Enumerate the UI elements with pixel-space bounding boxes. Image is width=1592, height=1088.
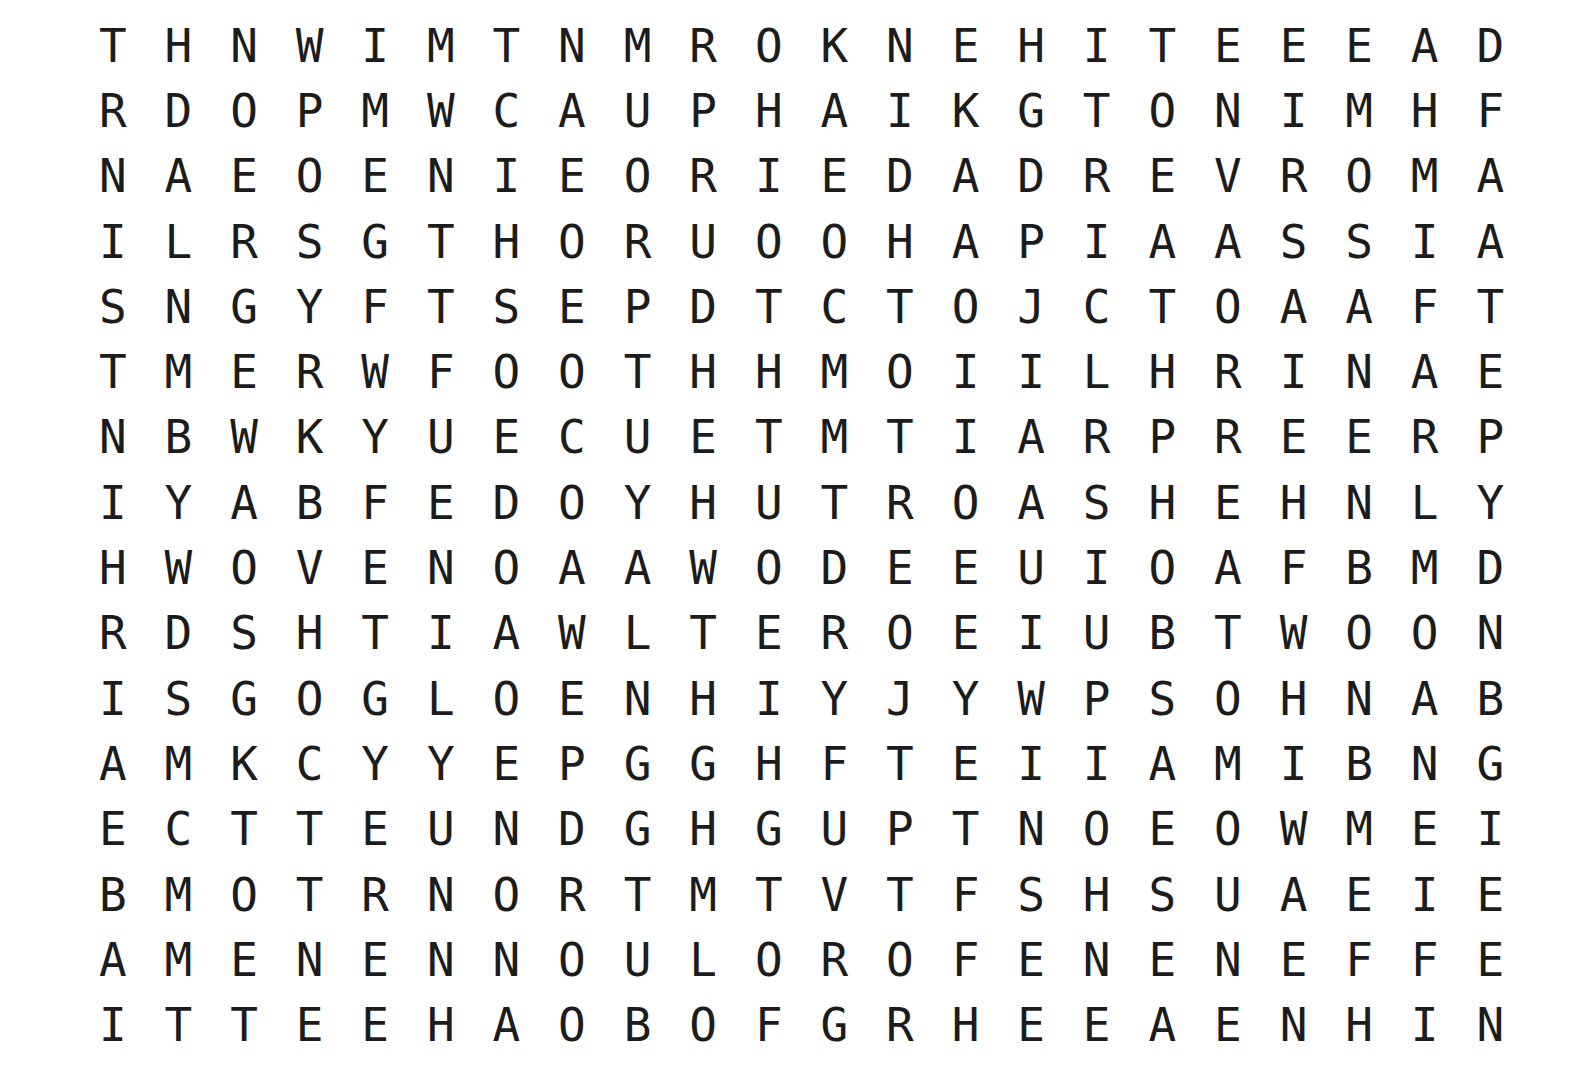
grid-cell[interactable]: E (1457, 927, 1523, 992)
grid-cell[interactable]: O (867, 927, 933, 992)
grid-cell[interactable]: T (605, 862, 671, 927)
grid-cell[interactable]: T (736, 862, 802, 927)
grid-cell[interactable]: T (867, 405, 933, 470)
grid-cell[interactable]: T (1457, 274, 1523, 339)
grid-cell[interactable]: N (277, 927, 343, 992)
grid-cell[interactable]: O (211, 535, 277, 600)
grid-cell[interactable]: A (605, 535, 671, 600)
grid-cell[interactable]: U (802, 797, 868, 862)
grid-cell[interactable]: B (1457, 666, 1523, 731)
grid-cell[interactable]: I (474, 144, 540, 209)
grid-cell[interactable]: H (1261, 470, 1327, 535)
grid-cell[interactable]: W (539, 601, 605, 666)
grid-cell[interactable]: O (539, 470, 605, 535)
grid-cell[interactable]: O (736, 13, 802, 78)
grid-cell[interactable]: M (1392, 144, 1458, 209)
grid-cell[interactable]: H (1392, 78, 1458, 143)
grid-cell[interactable]: M (146, 862, 212, 927)
grid-cell[interactable]: G (998, 78, 1064, 143)
grid-cell[interactable]: U (408, 797, 474, 862)
grid-cell[interactable]: A (1195, 209, 1261, 274)
grid-cell[interactable]: E (998, 927, 1064, 992)
grid-cell[interactable]: O (211, 862, 277, 927)
grid-cell[interactable]: R (1064, 405, 1130, 470)
grid-cell[interactable]: C (146, 797, 212, 862)
grid-cell[interactable]: O (211, 78, 277, 143)
grid-cell[interactable]: D (1457, 13, 1523, 78)
grid-cell[interactable]: C (539, 405, 605, 470)
grid-cell[interactable]: O (539, 927, 605, 992)
grid-cell[interactable]: O (1130, 535, 1196, 600)
grid-cell[interactable]: E (342, 927, 408, 992)
grid-cell[interactable]: Y (277, 274, 343, 339)
grid-cell[interactable]: P (1130, 405, 1196, 470)
grid-cell[interactable]: B (80, 862, 146, 927)
grid-cell[interactable]: N (80, 405, 146, 470)
grid-cell[interactable]: T (867, 731, 933, 796)
grid-cell[interactable]: O (670, 992, 736, 1057)
grid-cell[interactable]: C (277, 731, 343, 796)
grid-cell[interactable]: E (342, 144, 408, 209)
grid-cell[interactable]: A (998, 470, 1064, 535)
grid-cell[interactable]: N (998, 797, 1064, 862)
grid-cell[interactable]: O (605, 144, 671, 209)
grid-cell[interactable]: L (605, 601, 671, 666)
grid-cell[interactable]: D (146, 78, 212, 143)
grid-cell[interactable]: M (146, 339, 212, 404)
grid-cell[interactable]: S (1130, 862, 1196, 927)
grid-cell[interactable]: E (998, 992, 1064, 1057)
grid-cell[interactable]: R (867, 992, 933, 1057)
grid-cell[interactable]: E (1326, 13, 1392, 78)
grid-cell[interactable]: N (1326, 666, 1392, 731)
grid-cell[interactable]: I (80, 992, 146, 1057)
grid-cell[interactable]: W (342, 339, 408, 404)
grid-cell[interactable]: E (211, 144, 277, 209)
grid-cell[interactable]: T (867, 862, 933, 927)
grid-cell[interactable]: L (1392, 470, 1458, 535)
grid-cell[interactable]: R (211, 209, 277, 274)
grid-cell[interactable]: K (802, 13, 868, 78)
grid-cell[interactable]: Y (1457, 470, 1523, 535)
grid-cell[interactable]: A (1261, 862, 1327, 927)
grid-cell[interactable]: N (1261, 992, 1327, 1057)
grid-cell[interactable]: O (277, 144, 343, 209)
grid-cell[interactable]: E (1326, 862, 1392, 927)
grid-cell[interactable]: I (1064, 731, 1130, 796)
grid-cell[interactable]: E (1457, 862, 1523, 927)
grid-cell[interactable]: H (736, 339, 802, 404)
grid-cell[interactable]: J (998, 274, 1064, 339)
grid-cell[interactable]: N (1392, 731, 1458, 796)
grid-cell[interactable]: I (1064, 209, 1130, 274)
grid-cell[interactable]: E (80, 797, 146, 862)
grid-cell[interactable]: B (1326, 535, 1392, 600)
grid-cell[interactable]: G (342, 209, 408, 274)
grid-cell[interactable]: E (211, 927, 277, 992)
grid-cell[interactable]: R (1195, 405, 1261, 470)
grid-cell[interactable]: O (867, 601, 933, 666)
grid-cell[interactable]: I (342, 13, 408, 78)
grid-cell[interactable]: N (408, 862, 474, 927)
grid-cell[interactable]: I (933, 339, 999, 404)
grid-cell[interactable]: U (736, 470, 802, 535)
grid-cell[interactable]: W (146, 535, 212, 600)
grid-cell[interactable]: F (1392, 274, 1458, 339)
grid-cell[interactable]: T (1130, 274, 1196, 339)
grid-cell[interactable]: P (1064, 666, 1130, 731)
grid-cell[interactable]: T (736, 274, 802, 339)
grid-cell[interactable]: C (802, 274, 868, 339)
grid-cell[interactable]: A (1261, 274, 1327, 339)
grid-cell[interactable]: H (736, 78, 802, 143)
grid-cell[interactable]: R (670, 13, 736, 78)
grid-cell[interactable]: U (605, 927, 671, 992)
grid-cell[interactable]: A (1392, 666, 1458, 731)
grid-cell[interactable]: P (277, 78, 343, 143)
grid-cell[interactable]: G (342, 666, 408, 731)
grid-cell[interactable]: H (1130, 470, 1196, 535)
grid-cell[interactable]: I (1261, 731, 1327, 796)
grid-cell[interactable]: K (211, 731, 277, 796)
grid-cell[interactable]: E (1261, 13, 1327, 78)
grid-cell[interactable]: E (539, 666, 605, 731)
grid-cell[interactable]: N (408, 535, 474, 600)
grid-cell[interactable]: N (408, 927, 474, 992)
grid-cell[interactable]: E (1130, 797, 1196, 862)
grid-cell[interactable]: F (342, 274, 408, 339)
grid-cell[interactable]: E (1457, 339, 1523, 404)
grid-cell[interactable]: H (146, 13, 212, 78)
grid-cell[interactable]: A (802, 78, 868, 143)
grid-cell[interactable]: I (1457, 797, 1523, 862)
grid-cell[interactable]: H (867, 209, 933, 274)
grid-cell[interactable]: O (736, 209, 802, 274)
grid-cell[interactable]: D (146, 601, 212, 666)
grid-cell[interactable]: H (1130, 339, 1196, 404)
grid-cell[interactable]: T (342, 601, 408, 666)
grid-cell[interactable]: T (605, 339, 671, 404)
grid-cell[interactable]: W (998, 666, 1064, 731)
grid-cell[interactable]: R (605, 209, 671, 274)
grid-cell[interactable]: K (277, 405, 343, 470)
grid-cell[interactable]: N (605, 666, 671, 731)
grid-cell[interactable]: T (1064, 78, 1130, 143)
grid-cell[interactable]: A (1392, 13, 1458, 78)
grid-cell[interactable]: T (736, 405, 802, 470)
grid-cell[interactable]: M (1392, 535, 1458, 600)
grid-cell[interactable]: J (867, 666, 933, 731)
grid-cell[interactable]: P (867, 797, 933, 862)
grid-cell[interactable]: I (998, 339, 1064, 404)
grid-cell[interactable]: E (1326, 405, 1392, 470)
grid-cell[interactable]: P (670, 78, 736, 143)
grid-cell[interactable]: I (80, 666, 146, 731)
grid-cell[interactable]: U (670, 209, 736, 274)
grid-cell[interactable]: I (1261, 339, 1327, 404)
grid-cell[interactable]: G (211, 666, 277, 731)
grid-cell[interactable]: O (474, 862, 540, 927)
grid-cell[interactable]: I (998, 601, 1064, 666)
grid-cell[interactable]: E (1195, 470, 1261, 535)
grid-cell[interactable]: O (539, 209, 605, 274)
grid-cell[interactable]: H (408, 992, 474, 1057)
grid-cell[interactable]: N (1195, 927, 1261, 992)
grid-cell[interactable]: H (670, 339, 736, 404)
grid-cell[interactable]: O (539, 992, 605, 1057)
grid-cell[interactable]: N (474, 797, 540, 862)
grid-cell[interactable]: F (736, 992, 802, 1057)
grid-cell[interactable]: A (1130, 731, 1196, 796)
grid-cell[interactable]: E (1130, 144, 1196, 209)
grid-cell[interactable]: E (1064, 992, 1130, 1057)
grid-cell[interactable]: E (1261, 405, 1327, 470)
grid-cell[interactable]: P (605, 274, 671, 339)
grid-cell[interactable]: N (1457, 601, 1523, 666)
grid-cell[interactable]: Y (933, 666, 999, 731)
grid-cell[interactable]: H (80, 535, 146, 600)
grid-cell[interactable]: H (933, 992, 999, 1057)
grid-cell[interactable]: E (408, 470, 474, 535)
grid-cell[interactable]: T (277, 797, 343, 862)
grid-cell[interactable]: R (1195, 339, 1261, 404)
grid-cell[interactable]: H (1326, 992, 1392, 1057)
grid-cell[interactable]: W (1261, 601, 1327, 666)
grid-cell[interactable]: S (998, 862, 1064, 927)
grid-cell[interactable]: G (670, 731, 736, 796)
grid-cell[interactable]: A (80, 927, 146, 992)
grid-cell[interactable]: N (474, 927, 540, 992)
grid-cell[interactable]: F (1326, 927, 1392, 992)
grid-cell[interactable]: H (670, 470, 736, 535)
grid-cell[interactable]: W (277, 13, 343, 78)
grid-cell[interactable]: N (1326, 339, 1392, 404)
grid-cell[interactable]: I (933, 405, 999, 470)
grid-cell[interactable]: V (1195, 144, 1261, 209)
grid-cell[interactable]: H (670, 797, 736, 862)
grid-cell[interactable]: E (1261, 927, 1327, 992)
grid-cell[interactable]: G (211, 274, 277, 339)
grid-cell[interactable]: T (80, 13, 146, 78)
grid-cell[interactable]: R (802, 601, 868, 666)
grid-cell[interactable]: S (277, 209, 343, 274)
grid-cell[interactable]: I (998, 731, 1064, 796)
grid-cell[interactable]: M (146, 927, 212, 992)
grid-cell[interactable]: G (605, 797, 671, 862)
grid-cell[interactable]: D (474, 470, 540, 535)
grid-cell[interactable]: D (802, 535, 868, 600)
grid-cell[interactable]: R (80, 601, 146, 666)
grid-cell[interactable]: N (408, 144, 474, 209)
grid-cell[interactable]: E (474, 731, 540, 796)
grid-cell[interactable]: E (342, 992, 408, 1057)
grid-cell[interactable]: O (802, 209, 868, 274)
grid-cell[interactable]: M (1326, 797, 1392, 862)
grid-cell[interactable]: I (1392, 209, 1458, 274)
grid-cell[interactable]: M (802, 405, 868, 470)
grid-cell[interactable]: W (670, 535, 736, 600)
grid-cell[interactable]: T (277, 862, 343, 927)
grid-cell[interactable]: E (802, 144, 868, 209)
grid-cell[interactable]: T (933, 797, 999, 862)
grid-cell[interactable]: I (1392, 992, 1458, 1057)
grid-cell[interactable]: R (1064, 144, 1130, 209)
grid-cell[interactable]: T (211, 992, 277, 1057)
grid-cell[interactable]: H (670, 666, 736, 731)
grid-cell[interactable]: F (802, 731, 868, 796)
grid-cell[interactable]: P (539, 731, 605, 796)
grid-cell[interactable]: A (1392, 339, 1458, 404)
grid-cell[interactable]: C (1064, 274, 1130, 339)
grid-cell[interactable]: E (933, 601, 999, 666)
grid-cell[interactable]: O (1195, 274, 1261, 339)
grid-cell[interactable]: E (670, 405, 736, 470)
grid-cell[interactable]: F (1261, 535, 1327, 600)
grid-cell[interactable]: O (1195, 797, 1261, 862)
grid-cell[interactable]: T (802, 470, 868, 535)
grid-cell[interactable]: L (146, 209, 212, 274)
grid-cell[interactable]: O (1195, 666, 1261, 731)
grid-cell[interactable]: Y (408, 731, 474, 796)
grid-cell[interactable]: W (408, 78, 474, 143)
grid-cell[interactable]: E (474, 405, 540, 470)
grid-cell[interactable]: E (933, 535, 999, 600)
grid-cell[interactable]: B (1326, 731, 1392, 796)
grid-cell[interactable]: A (146, 144, 212, 209)
grid-cell[interactable]: Y (802, 666, 868, 731)
grid-cell[interactable]: F (408, 339, 474, 404)
grid-cell[interactable]: A (539, 78, 605, 143)
grid-cell[interactable]: E (1392, 797, 1458, 862)
grid-cell[interactable]: M (1195, 731, 1261, 796)
grid-cell[interactable]: U (1195, 862, 1261, 927)
grid-cell[interactable]: A (1457, 144, 1523, 209)
grid-cell[interactable]: E (933, 13, 999, 78)
grid-cell[interactable]: R (670, 144, 736, 209)
grid-cell[interactable]: E (342, 797, 408, 862)
grid-cell[interactable]: N (80, 144, 146, 209)
grid-cell[interactable]: H (736, 731, 802, 796)
grid-cell[interactable]: L (670, 927, 736, 992)
grid-cell[interactable]: A (998, 405, 1064, 470)
grid-cell[interactable]: I (80, 209, 146, 274)
grid-cell[interactable]: Y (342, 405, 408, 470)
grid-cell[interactable]: E (539, 274, 605, 339)
grid-cell[interactable]: H (277, 601, 343, 666)
grid-cell[interactable]: A (474, 601, 540, 666)
grid-cell[interactable]: R (539, 862, 605, 927)
grid-cell[interactable]: T (474, 13, 540, 78)
grid-cell[interactable]: O (1392, 601, 1458, 666)
grid-cell[interactable]: T (1130, 13, 1196, 78)
grid-cell[interactable]: A (933, 144, 999, 209)
grid-cell[interactable]: M (802, 339, 868, 404)
grid-cell[interactable]: Y (605, 470, 671, 535)
grid-cell[interactable]: T (211, 797, 277, 862)
grid-cell[interactable]: I (736, 144, 802, 209)
grid-cell[interactable]: T (408, 209, 474, 274)
grid-cell[interactable]: E (211, 339, 277, 404)
grid-cell[interactable]: E (277, 992, 343, 1057)
grid-cell[interactable]: E (342, 535, 408, 600)
grid-cell[interactable]: O (933, 470, 999, 535)
grid-cell[interactable]: W (1261, 797, 1327, 862)
grid-cell[interactable]: I (736, 666, 802, 731)
grid-cell[interactable]: I (1064, 13, 1130, 78)
grid-cell[interactable]: A (539, 535, 605, 600)
grid-cell[interactable]: O (1326, 601, 1392, 666)
grid-cell[interactable]: U (998, 535, 1064, 600)
grid-cell[interactable]: I (1064, 535, 1130, 600)
grid-cell[interactable]: B (277, 470, 343, 535)
grid-cell[interactable]: O (474, 339, 540, 404)
grid-cell[interactable]: E (933, 731, 999, 796)
grid-cell[interactable]: R (867, 470, 933, 535)
grid-cell[interactable]: V (802, 862, 868, 927)
grid-cell[interactable]: N (1457, 992, 1523, 1057)
grid-cell[interactable]: S (1326, 209, 1392, 274)
grid-cell[interactable]: D (998, 144, 1064, 209)
grid-cell[interactable]: O (1130, 78, 1196, 143)
grid-cell[interactable]: H (1261, 666, 1327, 731)
grid-cell[interactable]: H (998, 13, 1064, 78)
grid-cell[interactable]: G (605, 731, 671, 796)
grid-cell[interactable]: E (539, 144, 605, 209)
grid-cell[interactable]: E (1130, 927, 1196, 992)
grid-cell[interactable]: E (1195, 13, 1261, 78)
grid-cell[interactable]: F (342, 470, 408, 535)
grid-cell[interactable]: C (474, 78, 540, 143)
grid-cell[interactable]: R (802, 927, 868, 992)
grid-cell[interactable]: H (474, 209, 540, 274)
grid-cell[interactable]: T (1195, 601, 1261, 666)
grid-cell[interactable]: F (1457, 78, 1523, 143)
grid-cell[interactable]: N (539, 13, 605, 78)
grid-cell[interactable]: I (867, 78, 933, 143)
grid-cell[interactable]: O (736, 927, 802, 992)
grid-cell[interactable]: P (998, 209, 1064, 274)
grid-cell[interactable]: A (1130, 209, 1196, 274)
grid-cell[interactable]: D (670, 274, 736, 339)
grid-cell[interactable]: G (736, 797, 802, 862)
grid-cell[interactable]: S (1064, 470, 1130, 535)
grid-cell[interactable]: A (1457, 209, 1523, 274)
grid-cell[interactable]: R (1392, 405, 1458, 470)
grid-cell[interactable]: A (80, 731, 146, 796)
grid-cell[interactable]: V (277, 535, 343, 600)
grid-cell[interactable]: F (933, 862, 999, 927)
grid-cell[interactable]: O (474, 535, 540, 600)
grid-cell[interactable]: O (933, 274, 999, 339)
grid-cell[interactable]: E (1195, 992, 1261, 1057)
grid-cell[interactable]: E (867, 535, 933, 600)
grid-cell[interactable]: Y (146, 470, 212, 535)
grid-cell[interactable]: T (80, 339, 146, 404)
grid-cell[interactable]: D (867, 144, 933, 209)
grid-cell[interactable]: R (1261, 144, 1327, 209)
grid-cell[interactable]: I (1392, 862, 1458, 927)
grid-cell[interactable]: S (1130, 666, 1196, 731)
grid-cell[interactable]: S (1261, 209, 1327, 274)
grid-cell[interactable]: P (1457, 405, 1523, 470)
grid-cell[interactable]: A (1195, 535, 1261, 600)
grid-cell[interactable]: G (1457, 731, 1523, 796)
grid-cell[interactable]: K (933, 78, 999, 143)
grid-cell[interactable]: Y (342, 731, 408, 796)
grid-cell[interactable]: O (277, 666, 343, 731)
grid-cell[interactable]: S (474, 274, 540, 339)
grid-cell[interactable]: R (277, 339, 343, 404)
